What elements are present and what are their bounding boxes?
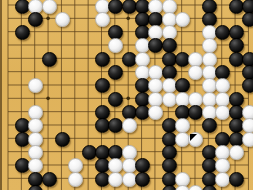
white-stone-c8-r4 [95,12,110,27]
white-stone-c14-r4 [175,12,190,27]
black-stone-c4-r7 [42,52,57,67]
white-stone-c6-r16 [68,172,83,187]
black-stone-c18-r16 [229,172,244,187]
board-left-edge [0,0,2,190]
white-stone-c18-r14 [229,145,244,160]
white-stone-c19-r13 [242,132,253,147]
white-stone-c5-r4 [55,12,70,27]
black-stone-c8-r7 [95,52,110,67]
white-stone-c4-r3 [42,0,57,14]
black-stone-c19-r4 [242,12,253,27]
black-stone-c3-r4 [28,12,43,27]
black-stone-c4-r16 [42,172,57,187]
white-stone-c17-r16 [215,172,230,187]
black-stone-c2-r5 [15,25,30,40]
black-stone-c11-r16 [135,172,150,187]
black-stone-c5-r13 [55,132,70,147]
last-move-triangle-marker [190,134,197,141]
go-board[interactable] [0,0,253,190]
